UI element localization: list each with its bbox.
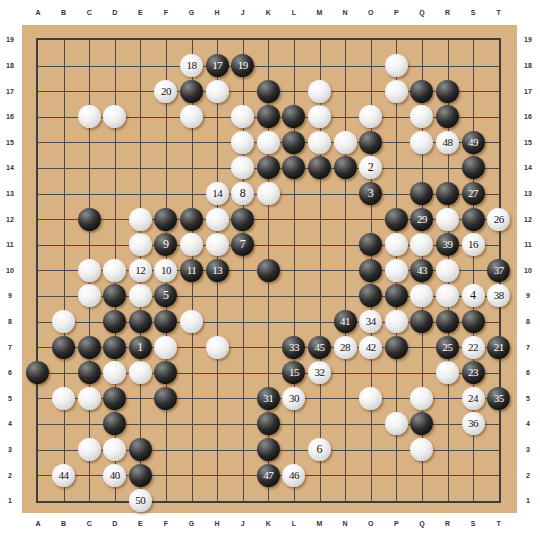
move-number: 44 — [59, 464, 69, 487]
stone-black-G17 — [180, 80, 203, 103]
coord-label-bottom-P: P — [384, 517, 410, 529]
coord-label-bottom-A: A — [25, 517, 51, 529]
stone-white-H13: 14 — [206, 182, 229, 205]
stone-black-J18: 19 — [231, 54, 254, 77]
stone-white-P10 — [385, 259, 408, 282]
move-number: 35 — [494, 387, 504, 410]
stone-white-Q5 — [410, 387, 433, 410]
coord-label-right-10: 10 — [519, 258, 537, 284]
stone-white-R6 — [436, 361, 459, 384]
stone-black-N14 — [334, 156, 357, 179]
stone-black-L15 — [282, 131, 305, 154]
move-number: 12 — [135, 259, 145, 282]
coord-label-top-O: O — [358, 6, 384, 18]
stone-black-D7 — [103, 336, 126, 359]
stone-black-S14 — [462, 156, 485, 179]
move-number: 36 — [468, 412, 478, 435]
stone-white-B2: 44 — [52, 464, 75, 487]
move-number: 45 — [315, 336, 325, 359]
stone-black-D8 — [103, 310, 126, 333]
coord-label-left-3: 3 — [1, 437, 19, 463]
stone-black-J11: 7 — [231, 233, 254, 256]
coord-label-right-5: 5 — [519, 386, 537, 412]
move-number: 19 — [238, 54, 248, 77]
move-number: 29 — [417, 208, 427, 231]
coord-label-bottom-B: B — [51, 517, 77, 529]
stone-black-S8 — [462, 310, 485, 333]
move-number: 6 — [317, 438, 323, 461]
stone-black-R16 — [436, 105, 459, 128]
move-number: 13 — [212, 259, 222, 282]
move-number: 1 — [137, 336, 143, 359]
stone-black-D9 — [103, 284, 126, 307]
coord-label-right-14: 14 — [519, 155, 537, 181]
move-number: 32 — [315, 361, 325, 384]
coord-label-left-4: 4 — [1, 411, 19, 437]
coord-label-top-L: L — [281, 6, 307, 18]
stone-white-N7: 28 — [334, 336, 357, 359]
move-number: 18 — [187, 54, 197, 77]
stone-white-G11 — [180, 233, 203, 256]
move-number: 22 — [468, 336, 478, 359]
coord-label-top-K: K — [256, 6, 282, 18]
coord-label-top-S: S — [460, 6, 486, 18]
stone-black-O10 — [359, 259, 382, 282]
stone-black-R13 — [436, 182, 459, 205]
coord-label-bottom-O: O — [358, 517, 384, 529]
stone-black-S12 — [462, 208, 485, 231]
coord-label-top-P: P — [384, 6, 410, 18]
stone-black-F11: 9 — [154, 233, 177, 256]
stone-white-G8 — [180, 310, 203, 333]
stone-black-K10 — [257, 259, 280, 282]
stone-white-E10: 12 — [129, 259, 152, 282]
stone-black-E3 — [129, 438, 152, 461]
stone-white-M3: 6 — [308, 438, 331, 461]
stone-black-D4 — [103, 412, 126, 435]
stone-black-S15: 49 — [462, 131, 485, 154]
coord-label-left-15: 15 — [1, 130, 19, 156]
coord-label-bottom-Q: Q — [409, 517, 435, 529]
coord-label-right-4: 4 — [519, 411, 537, 437]
coord-label-top-M: M — [307, 6, 333, 18]
stone-white-T9: 38 — [487, 284, 510, 307]
stone-white-S4: 36 — [462, 412, 485, 435]
coord-label-left-12: 12 — [1, 206, 19, 232]
stone-black-S13: 27 — [462, 182, 485, 205]
stone-white-Q9 — [410, 284, 433, 307]
stone-black-M14 — [308, 156, 331, 179]
coord-label-bottom-E: E — [128, 517, 154, 529]
coord-label-left-7: 7 — [1, 334, 19, 360]
move-number: 40 — [110, 464, 120, 487]
move-number: 4 — [470, 284, 476, 307]
move-number: 2 — [368, 156, 374, 179]
stone-black-Q12: 29 — [410, 208, 433, 231]
stone-white-K15 — [257, 131, 280, 154]
coord-label-top-G: G — [179, 6, 205, 18]
coord-label-left-13: 13 — [1, 181, 19, 207]
stone-white-Q11 — [410, 233, 433, 256]
stone-white-O7: 42 — [359, 336, 382, 359]
coord-label-left-2: 2 — [1, 462, 19, 488]
stone-white-G16 — [180, 105, 203, 128]
move-number: 20 — [161, 80, 171, 103]
stone-white-M16 — [308, 105, 331, 128]
stone-black-T7: 21 — [487, 336, 510, 359]
stone-white-P8 — [385, 310, 408, 333]
stone-white-O8: 34 — [359, 310, 382, 333]
stone-white-H7 — [206, 336, 229, 359]
stone-black-F12 — [154, 208, 177, 231]
stone-white-P17 — [385, 80, 408, 103]
stone-white-D2: 40 — [103, 464, 126, 487]
coord-label-right-8: 8 — [519, 309, 537, 335]
stone-white-F17: 20 — [154, 80, 177, 103]
move-number: 37 — [494, 259, 504, 282]
coord-label-top-R: R — [435, 6, 461, 18]
stone-white-C10 — [78, 259, 101, 282]
stone-white-D16 — [103, 105, 126, 128]
move-number: 14 — [212, 182, 222, 205]
coord-label-top-B: B — [51, 6, 77, 18]
move-number: 47 — [263, 464, 273, 487]
stone-black-K3 — [257, 438, 280, 461]
move-number: 39 — [442, 233, 452, 256]
stone-black-P12 — [385, 208, 408, 231]
coord-label-left-16: 16 — [1, 104, 19, 130]
stone-black-G10: 11 — [180, 259, 203, 282]
move-number: 25 — [442, 336, 452, 359]
stone-black-D5 — [103, 387, 126, 410]
go-board-grid[interactable]: 1234567891011121314151617181920212223242… — [25, 27, 511, 513]
stone-white-C9 — [78, 284, 101, 307]
stone-white-E9 — [129, 284, 152, 307]
coord-label-right-11: 11 — [519, 232, 537, 258]
stone-white-O14: 2 — [359, 156, 382, 179]
coord-label-right-7: 7 — [519, 334, 537, 360]
page: ABCDEFGHJKLMNOPQRST ABCDEFGHJKLMNOPQRST … — [0, 0, 540, 540]
stone-white-E12 — [129, 208, 152, 231]
stone-white-F7 — [154, 336, 177, 359]
stone-black-F6 — [154, 361, 177, 384]
stone-white-E11 — [129, 233, 152, 256]
stone-white-L5: 30 — [282, 387, 305, 410]
stone-black-K14 — [257, 156, 280, 179]
coord-label-right-1: 1 — [519, 488, 537, 514]
coord-label-top-C: C — [76, 6, 102, 18]
stone-black-Q17 — [410, 80, 433, 103]
stone-white-J15 — [231, 131, 254, 154]
coord-label-left-18: 18 — [1, 53, 19, 79]
coord-label-top-J: J — [230, 6, 256, 18]
coord-label-top-H: H — [204, 6, 230, 18]
stone-black-A6 — [26, 361, 49, 384]
stone-black-E8 — [129, 310, 152, 333]
coord-label-top-A: A — [25, 6, 51, 18]
stone-white-S5: 24 — [462, 387, 485, 410]
move-number: 27 — [468, 182, 478, 205]
stone-white-P11 — [385, 233, 408, 256]
stone-black-R8 — [436, 310, 459, 333]
stone-black-K16 — [257, 105, 280, 128]
stone-white-R10 — [436, 259, 459, 282]
stone-white-H17 — [206, 80, 229, 103]
stone-black-C12 — [78, 208, 101, 231]
coord-label-right-19: 19 — [519, 27, 537, 53]
coord-label-bottom-T: T — [486, 517, 512, 529]
stone-black-L16 — [282, 105, 305, 128]
move-number: 34 — [366, 310, 376, 333]
stone-black-F5 — [154, 387, 177, 410]
stone-black-P9 — [385, 284, 408, 307]
move-number: 11 — [187, 259, 197, 282]
stone-white-H11 — [206, 233, 229, 256]
move-number: 43 — [417, 259, 427, 282]
coord-label-top-F: F — [153, 6, 179, 18]
stone-white-K13 — [257, 182, 280, 205]
coord-label-bottom-G: G — [179, 517, 205, 529]
move-number: 42 — [366, 336, 376, 359]
coord-label-right-9: 9 — [519, 283, 537, 309]
stone-white-M17 — [308, 80, 331, 103]
move-number: 46 — [289, 464, 299, 487]
move-number: 24 — [468, 387, 478, 410]
move-number: 23 — [468, 361, 478, 384]
stone-black-T10: 37 — [487, 259, 510, 282]
column-labels-top: ABCDEFGHJKLMNOPQRST — [25, 6, 511, 18]
coord-label-bottom-S: S — [460, 517, 486, 529]
coord-label-bottom-J: J — [230, 517, 256, 529]
stone-white-L2: 46 — [282, 464, 305, 487]
coord-label-bottom-H: H — [204, 517, 230, 529]
stone-white-B8 — [52, 310, 75, 333]
move-number: 33 — [289, 336, 299, 359]
stone-white-J14 — [231, 156, 254, 179]
move-number: 28 — [340, 336, 350, 359]
stone-black-C6 — [78, 361, 101, 384]
stone-black-M7: 45 — [308, 336, 331, 359]
coord-label-bottom-K: K — [256, 517, 282, 529]
move-number: 21 — [494, 336, 504, 359]
move-number: 16 — [468, 233, 478, 256]
move-number: 5 — [163, 284, 169, 307]
stone-white-J16 — [231, 105, 254, 128]
stone-black-S6: 23 — [462, 361, 485, 384]
stone-black-Q8 — [410, 310, 433, 333]
stone-black-E7: 1 — [129, 336, 152, 359]
stone-white-C3 — [78, 438, 101, 461]
coord-label-top-N: N — [332, 6, 358, 18]
move-number: 38 — [494, 284, 504, 307]
stone-black-C7 — [78, 336, 101, 359]
coord-label-left-1: 1 — [1, 488, 19, 514]
coord-label-left-11: 11 — [1, 232, 19, 258]
coord-label-top-E: E — [128, 6, 154, 18]
stone-white-E6 — [129, 361, 152, 384]
move-number: 50 — [135, 489, 145, 512]
stone-white-R9 — [436, 284, 459, 307]
stone-black-B7 — [52, 336, 75, 359]
stone-white-Q16 — [410, 105, 433, 128]
move-number: 9 — [163, 233, 169, 256]
stone-white-O16 — [359, 105, 382, 128]
stone-black-J12 — [231, 208, 254, 231]
stone-white-N15 — [334, 131, 357, 154]
coord-label-top-Q: Q — [409, 6, 435, 18]
coord-label-left-5: 5 — [1, 386, 19, 412]
coord-label-bottom-F: F — [153, 517, 179, 529]
stone-white-D10 — [103, 259, 126, 282]
coord-label-bottom-D: D — [102, 517, 128, 529]
coord-label-right-12: 12 — [519, 206, 537, 232]
coord-label-right-2: 2 — [519, 462, 537, 488]
stone-white-H12 — [206, 208, 229, 231]
stone-white-E1: 50 — [129, 489, 152, 512]
coord-label-left-6: 6 — [1, 360, 19, 386]
stone-white-R15: 48 — [436, 131, 459, 154]
stone-black-Q4 — [410, 412, 433, 435]
move-number: 17 — [212, 54, 222, 77]
stone-white-O5 — [359, 387, 382, 410]
coord-label-left-14: 14 — [1, 155, 19, 181]
stone-black-K5: 31 — [257, 387, 280, 410]
stone-black-L7: 33 — [282, 336, 305, 359]
move-number: 31 — [263, 387, 273, 410]
stone-black-H10: 13 — [206, 259, 229, 282]
stone-black-R11: 39 — [436, 233, 459, 256]
stone-black-O11 — [359, 233, 382, 256]
move-number: 41 — [340, 310, 350, 333]
stone-white-C16 — [78, 105, 101, 128]
stone-black-H18: 17 — [206, 54, 229, 77]
stone-white-G18: 18 — [180, 54, 203, 77]
move-number: 49 — [468, 131, 478, 154]
move-number: 15 — [289, 361, 299, 384]
coord-label-right-13: 13 — [519, 181, 537, 207]
move-number: 26 — [494, 208, 504, 231]
stone-white-T12: 26 — [487, 208, 510, 231]
stone-black-K17 — [257, 80, 280, 103]
stone-black-P7 — [385, 336, 408, 359]
stone-black-G12 — [180, 208, 203, 231]
coord-label-right-18: 18 — [519, 53, 537, 79]
stone-white-M15 — [308, 131, 331, 154]
stone-black-F9: 5 — [154, 284, 177, 307]
coord-label-bottom-M: M — [307, 517, 333, 529]
coord-label-left-8: 8 — [1, 309, 19, 335]
stone-black-N8: 41 — [334, 310, 357, 333]
coord-label-right-6: 6 — [519, 360, 537, 386]
move-number: 48 — [442, 131, 452, 154]
stone-white-Q15 — [410, 131, 433, 154]
stone-black-L6: 15 — [282, 361, 305, 384]
move-number: 7 — [240, 233, 246, 256]
stone-white-S9: 4 — [462, 284, 485, 307]
coord-label-right-16: 16 — [519, 104, 537, 130]
move-number: 8 — [240, 182, 246, 205]
coord-label-right-15: 15 — [519, 130, 537, 156]
stone-black-E2 — [129, 464, 152, 487]
coord-label-bottom-C: C — [76, 517, 102, 529]
coord-label-top-D: D — [102, 6, 128, 18]
stone-white-B5 — [52, 387, 75, 410]
coord-label-top-T: T — [486, 6, 512, 18]
stone-black-K2: 47 — [257, 464, 280, 487]
stone-black-F8 — [154, 310, 177, 333]
stone-white-P4 — [385, 412, 408, 435]
stone-white-P18 — [385, 54, 408, 77]
stone-black-L14 — [282, 156, 305, 179]
stone-white-Q3 — [410, 438, 433, 461]
stone-black-O15 — [359, 131, 382, 154]
coord-label-left-9: 9 — [1, 283, 19, 309]
stone-white-D6 — [103, 361, 126, 384]
stone-white-M6: 32 — [308, 361, 331, 384]
move-number: 30 — [289, 387, 299, 410]
coord-label-left-10: 10 — [1, 258, 19, 284]
stone-black-T5: 35 — [487, 387, 510, 410]
stone-black-O13: 3 — [359, 182, 382, 205]
stone-black-R17 — [436, 80, 459, 103]
stone-white-F10: 10 — [154, 259, 177, 282]
coord-label-right-17: 17 — [519, 78, 537, 104]
stone-white-S11: 16 — [462, 233, 485, 256]
stone-black-Q10: 43 — [410, 259, 433, 282]
column-labels-bottom: ABCDEFGHJKLMNOPQRST — [25, 517, 511, 529]
stone-white-R12 — [436, 208, 459, 231]
stone-black-R7: 25 — [436, 336, 459, 359]
row-labels-right: 19181716151413121110987654321 — [519, 27, 537, 513]
move-number: 3 — [368, 182, 374, 205]
stone-black-Q13 — [410, 182, 433, 205]
stone-black-O9 — [359, 284, 382, 307]
stone-white-S7: 22 — [462, 336, 485, 359]
stone-white-D3 — [103, 438, 126, 461]
coord-label-left-17: 17 — [1, 78, 19, 104]
coord-label-left-19: 19 — [1, 27, 19, 53]
coord-label-right-3: 3 — [519, 437, 537, 463]
move-number: 10 — [161, 259, 171, 282]
coord-label-bottom-L: L — [281, 517, 307, 529]
stone-white-J13: 8 — [231, 182, 254, 205]
coord-label-bottom-N: N — [332, 517, 358, 529]
row-labels-left: 19181716151413121110987654321 — [1, 27, 19, 513]
coord-label-bottom-R: R — [435, 517, 461, 529]
stone-white-C5 — [78, 387, 101, 410]
stone-black-K4 — [257, 412, 280, 435]
